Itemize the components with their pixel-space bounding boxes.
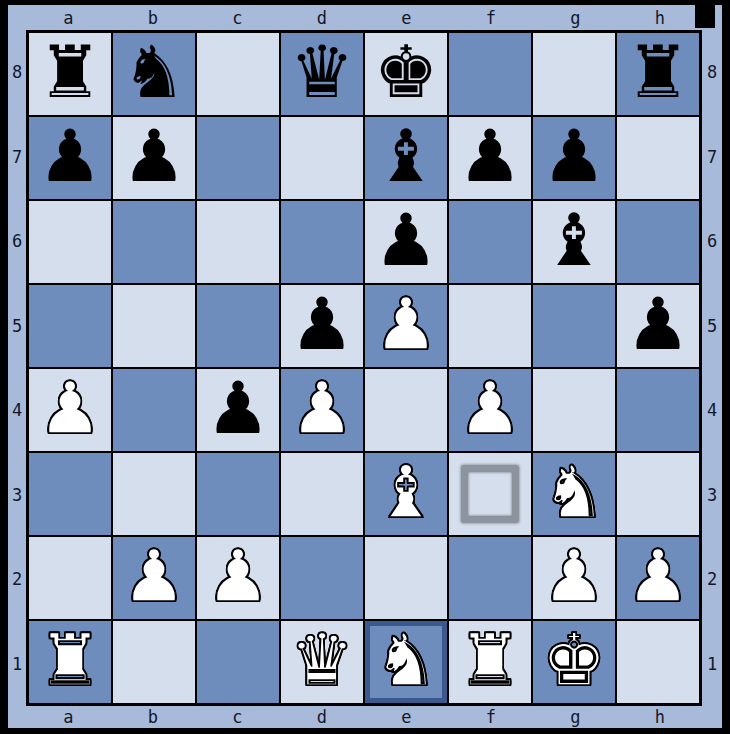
file-label-b: b [111,5,196,30]
square-e6[interactable]: ♟ [365,201,447,283]
square-a7[interactable]: ♟ [29,117,111,199]
file-label-g: g [533,5,618,30]
square-g5[interactable] [533,285,615,367]
square-a1[interactable]: ♜ [29,621,111,703]
square-h8[interactable]: ♜ [617,33,699,115]
rank-label-3: 3 [8,453,26,538]
piece-black-knight[interactable]: ♞ [122,36,187,108]
piece-black-pawn[interactable]: ♟ [290,288,355,360]
rank-label-4: 4 [702,368,722,453]
square-b5[interactable] [113,285,195,367]
square-f7[interactable]: ♟ [449,117,531,199]
square-h6[interactable] [617,201,699,283]
rank-label-5: 5 [8,284,26,369]
rank-label-7: 7 [8,115,26,200]
file-label-f: f [449,5,534,30]
rank-labels-left: 87654321 [8,30,26,706]
rank-label-2: 2 [702,537,722,622]
rank-labels-right: 87654321 [702,30,722,706]
square-d3[interactable] [281,453,363,535]
square-a3[interactable] [29,453,111,535]
square-g1[interactable]: ♚ [533,621,615,703]
square-d5[interactable]: ♟ [281,285,363,367]
square-g3[interactable]: ♞ [533,453,615,535]
file-label-d: d [280,706,365,728]
square-c1[interactable] [197,621,279,703]
piece-black-pawn[interactable]: ♟ [38,120,103,192]
rank-label-5: 5 [702,284,722,369]
square-h4[interactable] [617,369,699,451]
square-c4[interactable]: ♟ [197,369,279,451]
file-label-a: a [26,706,111,728]
piece-black-rook[interactable]: ♜ [626,36,691,108]
square-g4[interactable] [533,369,615,451]
square-h2[interactable]: ♟ [617,537,699,619]
square-d4[interactable]: ♟ [281,369,363,451]
square-g6[interactable]: ♝ [533,201,615,283]
square-c5[interactable] [197,285,279,367]
file-label-c: c [195,706,280,728]
file-label-g: g [533,706,618,728]
file-label-c: c [195,5,280,30]
piece-white-pawn[interactable]: ♟ [458,372,523,444]
file-label-e: e [364,706,449,728]
piece-white-pawn[interactable]: ♟ [206,540,271,612]
piece-white-pawn[interactable]: ♟ [38,372,103,444]
square-e2[interactable] [365,537,447,619]
square-b7[interactable]: ♟ [113,117,195,199]
file-label-a: a [26,5,111,30]
square-f6[interactable] [449,201,531,283]
piece-white-knight[interactable]: ♞ [374,624,439,696]
square-a4[interactable]: ♟ [29,369,111,451]
piece-white-bishop[interactable]: ♝ [374,456,439,528]
rank-label-1: 1 [702,622,722,707]
rank-label-2: 2 [8,537,26,622]
square-d8[interactable]: ♛ [281,33,363,115]
square-c6[interactable] [197,201,279,283]
piece-black-pawn[interactable]: ♟ [542,120,607,192]
rank-label-3: 3 [702,453,722,538]
piece-white-pawn[interactable]: ♟ [122,540,187,612]
piece-white-queen[interactable]: ♛ [290,624,355,696]
piece-black-pawn[interactable]: ♟ [458,120,523,192]
square-a6[interactable] [29,201,111,283]
piece-white-king[interactable]: ♚ [542,624,607,696]
piece-white-knight[interactable]: ♞ [542,456,607,528]
piece-black-queen[interactable]: ♛ [290,36,355,108]
square-b4[interactable] [113,369,195,451]
square-e5[interactable]: ♟ [365,285,447,367]
chess-diagram: abcdefgh abcdefgh 87654321 87654321 ♜♞♛♚… [0,0,730,734]
square-f8[interactable] [449,33,531,115]
square-e7[interactable]: ♝ [365,117,447,199]
file-label-f: f [449,706,534,728]
piece-white-rook[interactable]: ♜ [458,624,523,696]
square-f3[interactable] [449,453,531,535]
square-h1[interactable] [617,621,699,703]
square-b1[interactable] [113,621,195,703]
square-f4[interactable]: ♟ [449,369,531,451]
piece-black-pawn[interactable]: ♟ [626,288,691,360]
square-g7[interactable]: ♟ [533,117,615,199]
square-f2[interactable] [449,537,531,619]
square-h5[interactable]: ♟ [617,285,699,367]
file-label-d: d [280,5,365,30]
square-e1[interactable]: ♞ [365,621,447,703]
rank-label-6: 6 [702,199,722,284]
piece-white-rook[interactable]: ♜ [38,624,103,696]
square-d6[interactable] [281,201,363,283]
piece-black-bishop[interactable]: ♝ [542,204,607,276]
file-label-e: e [364,5,449,30]
piece-black-bishop[interactable]: ♝ [374,120,439,192]
square-a8[interactable]: ♜ [29,33,111,115]
move-from-marker [461,465,519,523]
square-c8[interactable] [197,33,279,115]
square-f5[interactable] [449,285,531,367]
piece-white-pawn[interactable]: ♟ [626,540,691,612]
board: ♜♞♛♚♜♟♟♝♟♟♟♝♟♟♟♟♟♟♟♝♞♟♟♟♟♜♛♞♜♚ [26,30,702,706]
square-b8[interactable]: ♞ [113,33,195,115]
piece-black-pawn[interactable]: ♟ [374,204,439,276]
square-e4[interactable] [365,369,447,451]
rank-label-8: 8 [8,30,26,115]
piece-black-pawn[interactable]: ♟ [206,372,271,444]
square-e8[interactable]: ♚ [365,33,447,115]
rank-label-8: 8 [702,30,722,115]
file-labels-bottom: abcdefgh [26,706,702,728]
square-b2[interactable]: ♟ [113,537,195,619]
file-label-h: h [618,5,703,30]
piece-black-king[interactable]: ♚ [374,36,439,108]
square-g2[interactable]: ♟ [533,537,615,619]
square-a5[interactable] [29,285,111,367]
square-c2[interactable]: ♟ [197,537,279,619]
rank-label-6: 6 [8,199,26,284]
square-d2[interactable] [281,537,363,619]
rank-label-4: 4 [8,368,26,453]
square-g8[interactable] [533,33,615,115]
rank-label-1: 1 [8,622,26,707]
piece-white-pawn[interactable]: ♟ [542,540,607,612]
square-b3[interactable] [113,453,195,535]
piece-black-pawn[interactable]: ♟ [122,120,187,192]
board-frame: abcdefgh abcdefgh 87654321 87654321 ♜♞♛♚… [8,5,722,728]
piece-black-rook[interactable]: ♜ [38,36,103,108]
piece-white-pawn[interactable]: ♟ [374,288,439,360]
file-label-b: b [111,706,196,728]
square-d7[interactable] [281,117,363,199]
square-c3[interactable] [197,453,279,535]
file-label-h: h [618,706,703,728]
file-labels-top: abcdefgh [26,5,702,30]
square-a2[interactable] [29,537,111,619]
piece-white-pawn[interactable]: ♟ [290,372,355,444]
square-b6[interactable] [113,201,195,283]
square-d1[interactable]: ♛ [281,621,363,703]
square-h3[interactable] [617,453,699,535]
square-f1[interactable]: ♜ [449,621,531,703]
rank-label-7: 7 [702,115,722,200]
square-c7[interactable] [197,117,279,199]
square-e3[interactable]: ♝ [365,453,447,535]
square-h7[interactable] [617,117,699,199]
